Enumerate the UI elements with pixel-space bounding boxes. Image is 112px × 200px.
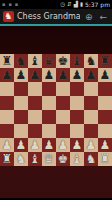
black-pawn[interactable]: ♟ <box>70 68 84 82</box>
black-king[interactable]: ♚ <box>56 54 70 68</box>
square-b1[interactable]: ♞ <box>14 152 28 166</box>
square-f1[interactable]: ♝ <box>70 152 84 166</box>
white-pawn[interactable]: ♟ <box>70 138 84 152</box>
black-pawn[interactable]: ♟ <box>84 68 98 82</box>
battery-icon: ▮ <box>80 0 83 9</box>
game-background: ♜♞♝♛♚♝♞♜♟♟♟♟♟♟♟♟♟♟♟♟♟♟♟♟♜♞♝♛♚♝♞♜ <box>0 26 112 198</box>
knight-icon: ♞ <box>4 11 12 21</box>
chess-board: ♜♞♝♛♚♝♞♜♟♟♟♟♟♟♟♟♟♟♟♟♟♟♟♟♜♞♝♛♚♝♞♜ <box>0 54 112 166</box>
square-e5[interactable] <box>56 96 70 110</box>
square-b6[interactable] <box>14 82 28 96</box>
black-bishop[interactable]: ♝ <box>28 54 42 68</box>
black-pawn[interactable]: ♟ <box>28 68 42 82</box>
notification-icon-2: ▪ <box>8 0 11 9</box>
black-rook[interactable]: ♜ <box>98 54 112 68</box>
data-sync-icon: ⇵ <box>67 0 72 9</box>
square-d3[interactable] <box>42 124 56 138</box>
square-d7[interactable]: ♟ <box>42 68 56 82</box>
square-d4[interactable] <box>42 110 56 124</box>
system-status-area: ◷ ⇵ ▟ ▮ 5:37 pm <box>60 0 110 9</box>
square-a7[interactable]: ♟ <box>0 68 14 82</box>
square-g5[interactable] <box>84 96 98 110</box>
square-e3[interactable] <box>56 124 70 138</box>
app-title: Chess Grandma... <box>17 12 80 21</box>
square-h5[interactable] <box>98 96 112 110</box>
notification-icon-3: ▪ <box>15 0 18 9</box>
white-knight[interactable]: ♞ <box>84 152 98 166</box>
square-c6[interactable] <box>28 82 42 96</box>
square-g3[interactable] <box>84 124 98 138</box>
square-b2[interactable]: ♟ <box>14 138 28 152</box>
square-g7[interactable]: ♟ <box>84 68 98 82</box>
square-h2[interactable]: ♟ <box>98 138 112 152</box>
square-e1[interactable]: ♚ <box>56 152 70 166</box>
status-bar: ▪ ▪ ▪ ◷ ⇵ ▟ ▮ 5:37 pm <box>0 0 112 9</box>
square-h3[interactable] <box>98 124 112 138</box>
square-f5[interactable] <box>70 96 84 110</box>
square-c3[interactable] <box>28 124 42 138</box>
square-a4[interactable] <box>0 110 14 124</box>
square-d5[interactable] <box>42 96 56 110</box>
square-f6[interactable] <box>70 82 84 96</box>
white-pawn[interactable]: ♟ <box>0 138 14 152</box>
square-c8[interactable]: ♝ <box>28 54 42 68</box>
white-bishop[interactable]: ♝ <box>28 152 42 166</box>
black-queen[interactable]: ♛ <box>42 54 56 68</box>
black-pawn[interactable]: ♟ <box>56 68 70 82</box>
square-h4[interactable] <box>98 110 112 124</box>
white-pawn[interactable]: ♟ <box>28 138 42 152</box>
notification-area: ▪ ▪ ▪ <box>2 0 18 9</box>
black-knight[interactable]: ♞ <box>84 54 98 68</box>
square-d6[interactable] <box>42 82 56 96</box>
white-pawn[interactable]: ♟ <box>42 138 56 152</box>
square-a6[interactable] <box>0 82 14 96</box>
square-a3[interactable] <box>0 124 14 138</box>
square-g2[interactable]: ♟ <box>84 138 98 152</box>
white-bishop[interactable]: ♝ <box>70 152 84 166</box>
square-e6[interactable] <box>56 82 70 96</box>
square-g1[interactable]: ♞ <box>84 152 98 166</box>
square-d8[interactable]: ♛ <box>42 54 56 68</box>
black-pawn[interactable]: ♟ <box>42 68 56 82</box>
square-c4[interactable] <box>28 110 42 124</box>
square-c1[interactable]: ♝ <box>28 152 42 166</box>
square-b4[interactable] <box>14 110 28 124</box>
white-king[interactable]: ♚ <box>56 152 70 166</box>
black-pawn[interactable]: ♟ <box>98 68 112 82</box>
square-f3[interactable] <box>70 124 84 138</box>
square-a2[interactable]: ♟ <box>0 138 14 152</box>
square-g6[interactable] <box>84 82 98 96</box>
back-button[interactable]: ← <box>97 12 109 22</box>
black-pawn[interactable]: ♟ <box>14 68 28 82</box>
white-pawn[interactable]: ♟ <box>14 138 28 152</box>
white-queen[interactable]: ♛ <box>42 152 56 166</box>
square-h1[interactable]: ♜ <box>98 152 112 166</box>
square-g8[interactable]: ♞ <box>84 54 98 68</box>
square-c2[interactable]: ♟ <box>28 138 42 152</box>
square-a5[interactable] <box>0 96 14 110</box>
white-knight[interactable]: ♞ <box>14 152 28 166</box>
signal-icon: ▟ <box>74 0 78 9</box>
square-b7[interactable]: ♟ <box>14 68 28 82</box>
white-pawn[interactable]: ♟ <box>84 138 98 152</box>
square-d2[interactable]: ♟ <box>42 138 56 152</box>
square-a1[interactable]: ♜ <box>0 152 14 166</box>
square-e2[interactable]: ♟ <box>56 138 70 152</box>
clock-text: 5:37 pm <box>85 0 110 9</box>
black-knight[interactable]: ♞ <box>14 54 28 68</box>
square-h6[interactable] <box>98 82 112 96</box>
white-rook[interactable]: ♜ <box>0 152 14 166</box>
title-bar: ♞ Chess Grandma... ⊕ ← <box>0 9 112 26</box>
square-e4[interactable] <box>56 110 70 124</box>
square-d1[interactable]: ♛ <box>42 152 56 166</box>
square-b5[interactable] <box>14 96 28 110</box>
square-h7[interactable]: ♟ <box>98 68 112 82</box>
square-f4[interactable] <box>70 110 84 124</box>
square-c7[interactable]: ♟ <box>28 68 42 82</box>
square-f8[interactable]: ♝ <box>70 54 84 68</box>
notification-icon-1: ▪ <box>2 0 5 9</box>
square-b8[interactable]: ♞ <box>14 54 28 68</box>
square-e7[interactable]: ♟ <box>56 68 70 82</box>
white-rook[interactable]: ♜ <box>98 152 112 166</box>
square-a8[interactable]: ♜ <box>0 54 14 68</box>
square-b3[interactable] <box>14 124 28 138</box>
square-f2[interactable]: ♟ <box>70 138 84 152</box>
black-rook[interactable]: ♜ <box>0 54 14 68</box>
add-button[interactable]: ⊕ <box>83 12 95 22</box>
white-pawn[interactable]: ♟ <box>98 138 112 152</box>
square-c5[interactable] <box>28 96 42 110</box>
black-bishop[interactable]: ♝ <box>70 54 84 68</box>
square-f7[interactable]: ♟ <box>70 68 84 82</box>
alarm-icon: ◷ <box>60 0 65 9</box>
square-e8[interactable]: ♚ <box>56 54 70 68</box>
black-pawn[interactable]: ♟ <box>0 68 14 82</box>
white-pawn[interactable]: ♟ <box>56 138 70 152</box>
square-h8[interactable]: ♜ <box>98 54 112 68</box>
square-g4[interactable] <box>84 110 98 124</box>
app-icon: ♞ <box>3 11 14 22</box>
